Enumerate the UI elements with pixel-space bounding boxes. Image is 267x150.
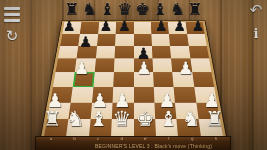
square-e3[interactable] <box>134 87 155 103</box>
chess-app-screen: abcdefgh BEGINNER'S LEVEL 3 : Black's mo… <box>0 0 267 150</box>
square-g6[interactable] <box>170 46 190 59</box>
piece-black-pawn-c7[interactable]: ♟ <box>100 19 113 33</box>
square-c4[interactable] <box>93 72 114 87</box>
square-d5[interactable] <box>114 59 133 73</box>
file-label-h: h <box>214 137 218 141</box>
status-bar-texts: BEGINNER'S LEVEL 3 : Black's move (Think… <box>36 143 230 149</box>
piece-white-rook-h1[interactable]: ♜ <box>205 109 224 130</box>
piece-black-knight-g8[interactable]: ♞ <box>170 2 185 19</box>
square-a4[interactable] <box>53 72 75 87</box>
square-h4[interactable] <box>192 72 214 87</box>
square-c5[interactable] <box>95 59 115 73</box>
menu-icon[interactable] <box>4 7 20 22</box>
chess-board-wrap: abcdefgh BEGINNER'S LEVEL 3 : Black's mo… <box>0 0 267 150</box>
info-icon[interactable]: i <box>249 27 263 41</box>
square-a6[interactable] <box>58 46 79 59</box>
piece-black-knight-b8[interactable]: ♞ <box>82 2 97 19</box>
file-label-e: e <box>143 137 147 141</box>
square-c6[interactable] <box>96 46 115 59</box>
piece-white-pawn-b4[interactable]: ♟ <box>74 60 89 77</box>
piece-black-king-e8[interactable]: ♚ <box>135 2 150 19</box>
piece-black-bishop-c8[interactable]: ♝ <box>100 2 115 19</box>
square-d7[interactable] <box>115 34 133 46</box>
piece-white-pawn-e4[interactable]: ♟ <box>136 60 151 77</box>
piece-white-king-e1[interactable]: ♚ <box>136 109 155 130</box>
menu-bar <box>4 19 20 22</box>
piece-white-bishop-f1[interactable]: ♝ <box>159 109 178 130</box>
piece-black-pawn-h7[interactable]: ♟ <box>192 19 205 33</box>
piece-black-pawn-a7[interactable]: ♟ <box>63 19 76 33</box>
undo-icon[interactable]: ↶ <box>246 2 266 18</box>
square-b3[interactable] <box>71 87 93 103</box>
menu-bar <box>4 13 20 16</box>
piece-black-pawn-d7[interactable]: ♟ <box>118 19 131 33</box>
square-f6[interactable] <box>152 46 171 59</box>
file-label-a: a <box>49 137 53 141</box>
piece-black-bishop-f8[interactable]: ♝ <box>152 2 167 19</box>
piece-white-bishop-c1[interactable]: ♝ <box>89 109 108 130</box>
file-coordinate-labels: abcdefgh <box>49 137 218 141</box>
square-a7[interactable] <box>60 34 80 46</box>
piece-white-rook-a1[interactable]: ♜ <box>43 109 62 130</box>
square-g7[interactable] <box>169 34 188 46</box>
piece-black-pawn-f7[interactable]: ♟ <box>155 19 168 33</box>
file-label-g: g <box>190 137 194 141</box>
piece-black-rook-a8[interactable]: ♜ <box>64 2 79 19</box>
level-label: BEGINNER'S LEVEL <box>95 143 146 149</box>
piece-black-pawn-b6[interactable]: ♟ <box>79 34 92 49</box>
move-status-label: 3 : Black's move (Thinking) <box>147 143 212 149</box>
square-d4[interactable] <box>113 72 133 87</box>
square-f4[interactable] <box>153 72 174 87</box>
piece-white-pawn-g4[interactable]: ♟ <box>178 60 193 77</box>
file-label-c: c <box>96 137 100 141</box>
square-c7[interactable] <box>97 34 116 46</box>
board-front-face-status-bar: abcdefgh BEGINNER'S LEVEL 3 : Black's mo… <box>36 137 230 150</box>
file-label-b: b <box>73 137 77 141</box>
piece-white-knight-g1[interactable]: ♞ <box>182 109 201 130</box>
piece-black-pawn-g7[interactable]: ♟ <box>173 19 186 33</box>
square-e8[interactable] <box>134 22 152 33</box>
square-g3[interactable] <box>174 87 196 103</box>
piece-black-queen-d8[interactable]: ♛ <box>117 2 132 19</box>
square-f5[interactable] <box>152 59 172 73</box>
square-d6[interactable] <box>115 46 134 59</box>
menu-bar <box>4 7 20 10</box>
reset-rotate-icon[interactable]: ↻ <box>2 28 22 44</box>
square-b8[interactable] <box>80 22 99 33</box>
piece-black-rook-h8[interactable]: ♜ <box>188 2 203 19</box>
square-h5[interactable] <box>190 59 211 73</box>
piece-white-knight-b1[interactable]: ♞ <box>66 109 85 130</box>
square-h7[interactable] <box>187 34 207 46</box>
piece-white-queen-d1[interactable]: ♛ <box>112 109 131 130</box>
file-label-d: d <box>120 137 124 141</box>
square-f7[interactable] <box>151 34 170 46</box>
square-h6[interactable] <box>188 46 209 59</box>
file-label-f: f <box>167 137 171 141</box>
